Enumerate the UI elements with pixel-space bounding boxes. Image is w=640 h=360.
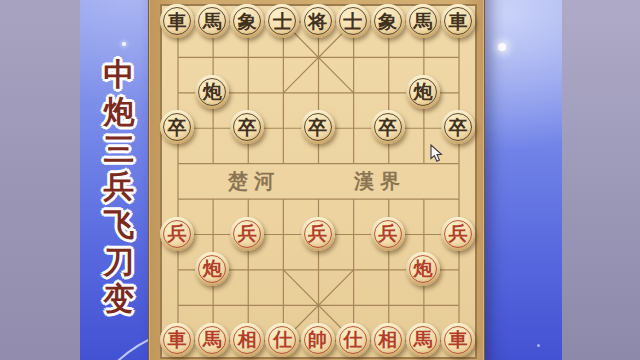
piece-glyph: 車: [168, 330, 187, 349]
xiangqi-board[interactable]: 楚河 漢界: [148, 0, 485, 360]
sparkle-icon: [122, 42, 126, 46]
piece-glyph: 兵: [168, 224, 187, 243]
piece-glyph: 卒: [238, 117, 257, 136]
piece-glyph: 象: [378, 11, 397, 30]
piece-black-cannon[interactable]: 炮: [406, 75, 440, 109]
piece-red-advisor[interactable]: 仕: [265, 323, 299, 357]
piece-glyph: 兵: [308, 224, 327, 243]
title-char: 中: [96, 56, 142, 93]
piece-glyph: 士: [273, 11, 292, 30]
piece-black-soldier[interactable]: 卒: [160, 110, 194, 144]
piece-glyph: 卒: [449, 117, 468, 136]
piece-glyph: 炮: [413, 82, 432, 101]
piece-glyph: 炮: [203, 82, 222, 101]
piece-glyph: 馬: [413, 330, 432, 349]
app-screen: 中 炮 三 兵 飞 刀 变 楚河 漢界 車馬象士将士象馬車炮炮卒卒卒卒卒兵兵兵兵…: [0, 0, 640, 360]
title-char: 兵: [96, 168, 142, 205]
piece-red-cannon[interactable]: 炮: [195, 252, 229, 286]
river-label-right: 漢界: [354, 168, 406, 195]
sparkle-icon: [537, 344, 540, 347]
piece-red-soldier[interactable]: 兵: [230, 217, 264, 251]
piece-red-elephant[interactable]: 相: [371, 323, 405, 357]
piece-red-chariot[interactable]: 車: [441, 323, 475, 357]
piece-glyph: 象: [238, 11, 257, 30]
piece-red-cannon[interactable]: 炮: [406, 252, 440, 286]
piece-red-general[interactable]: 帥: [301, 323, 335, 357]
title-char: 飞: [96, 206, 142, 243]
piece-glyph: 将: [308, 11, 327, 30]
piece-black-elephant[interactable]: 象: [230, 4, 264, 38]
title-char: 变: [96, 280, 142, 317]
piece-glyph: 炮: [203, 259, 222, 278]
title-char: 三: [96, 131, 142, 168]
board-grid: [162, 6, 475, 357]
piece-glyph: 仕: [273, 330, 292, 349]
piece-red-advisor[interactable]: 仕: [336, 323, 370, 357]
piece-red-horse[interactable]: 馬: [406, 323, 440, 357]
piece-black-general[interactable]: 将: [301, 4, 335, 38]
piece-black-horse[interactable]: 馬: [195, 4, 229, 38]
piece-glyph: 卒: [168, 117, 187, 136]
board-surface: 楚河 漢界: [160, 4, 477, 359]
piece-black-elephant[interactable]: 象: [371, 4, 405, 38]
piece-glyph: 卒: [378, 117, 397, 136]
piece-red-soldier[interactable]: 兵: [301, 217, 335, 251]
piece-red-horse[interactable]: 馬: [195, 323, 229, 357]
piece-red-soldier[interactable]: 兵: [371, 217, 405, 251]
piece-red-soldier[interactable]: 兵: [441, 217, 475, 251]
piece-glyph: 馬: [203, 11, 222, 30]
title-char: 炮: [96, 93, 142, 130]
left-background-band: [0, 0, 80, 360]
river-label-left: 楚河: [228, 168, 280, 195]
piece-glyph: 車: [168, 11, 187, 30]
piece-glyph: 車: [449, 330, 468, 349]
title-char: 刀: [96, 243, 142, 280]
piece-glyph: 馬: [203, 330, 222, 349]
piece-glyph: 兵: [378, 224, 397, 243]
piece-red-elephant[interactable]: 相: [230, 323, 264, 357]
piece-black-chariot[interactable]: 車: [160, 4, 194, 38]
piece-black-cannon[interactable]: 炮: [195, 75, 229, 109]
piece-glyph: 兵: [238, 224, 257, 243]
piece-glyph: 仕: [343, 330, 362, 349]
piece-glyph: 車: [449, 11, 468, 30]
piece-black-chariot[interactable]: 車: [441, 4, 475, 38]
lesson-title-vertical: 中 炮 三 兵 飞 刀 变: [96, 56, 142, 318]
piece-glyph: 士: [343, 11, 362, 30]
piece-glyph: 相: [378, 330, 397, 349]
piece-red-chariot[interactable]: 車: [160, 323, 194, 357]
piece-black-soldier[interactable]: 卒: [441, 110, 475, 144]
piece-glyph: 馬: [413, 11, 432, 30]
piece-glyph: 帥: [308, 330, 327, 349]
piece-glyph: 兵: [449, 224, 468, 243]
piece-black-soldier[interactable]: 卒: [371, 110, 405, 144]
piece-black-soldier[interactable]: 卒: [301, 110, 335, 144]
piece-red-soldier[interactable]: 兵: [160, 217, 194, 251]
piece-black-advisor[interactable]: 士: [336, 4, 370, 38]
right-background-band: [562, 0, 640, 360]
piece-glyph: 炮: [413, 259, 432, 278]
mouse-cursor-icon: [430, 144, 443, 167]
piece-black-horse[interactable]: 馬: [406, 4, 440, 38]
piece-glyph: 相: [238, 330, 257, 349]
piece-glyph: 卒: [308, 117, 327, 136]
sparkle-icon: [498, 43, 506, 51]
